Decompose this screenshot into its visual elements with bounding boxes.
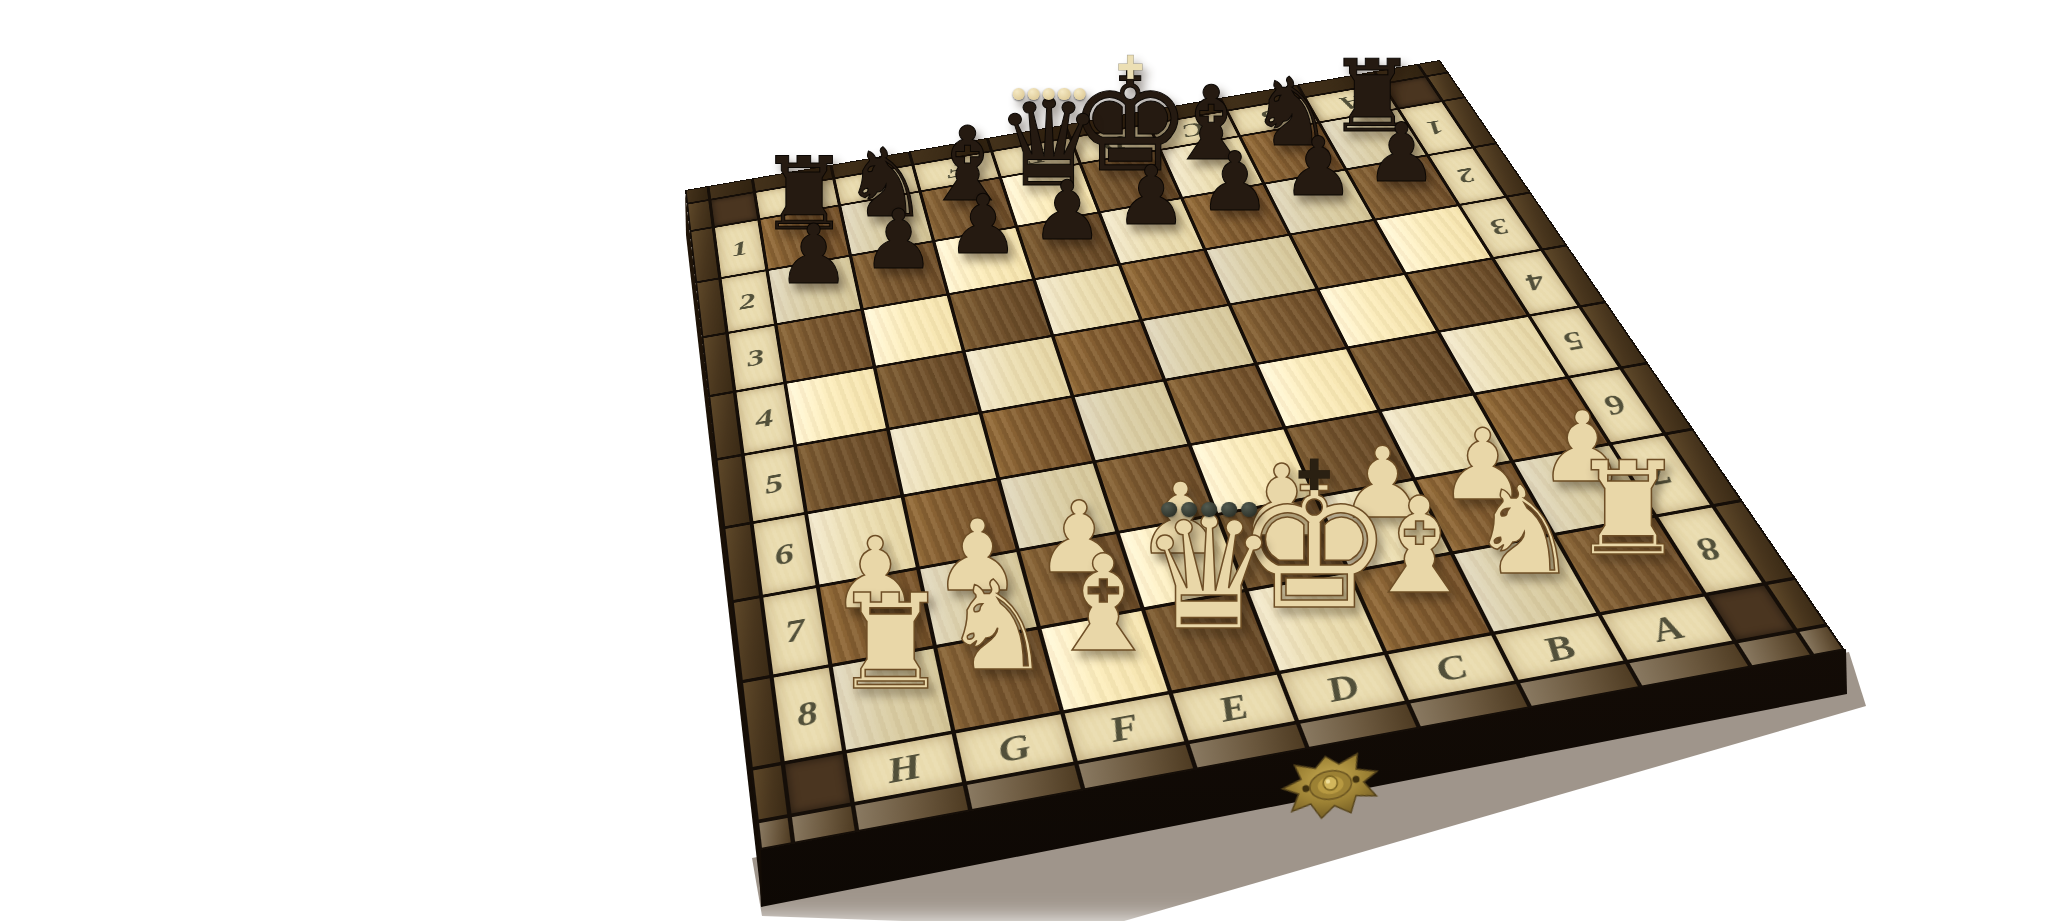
piece-black-pawn-f2[interactable]: ♟ — [942, 184, 1024, 266]
white-king-cross-finial: ✚ — [1297, 454, 1333, 497]
black-queen-ball-finials — [1011, 88, 1088, 100]
piece-black-pawn-d2[interactable]: ♟ — [1110, 155, 1192, 237]
piece-black-pawn-h2[interactable]: ♟ — [773, 214, 855, 296]
piece-black-pawn-c2[interactable]: ♟ — [1194, 141, 1276, 223]
white-queen-ball-finials — [1159, 502, 1259, 518]
board-rim — [687, 200, 714, 231]
board-scene: HGFEDCBA1122334455667788HGFEDCBA ♜♞♝♛♚✚♝… — [0, 0, 2048, 921]
piece-black-pawn-e2[interactable]: ♟ — [1026, 170, 1108, 252]
piece-white-rook-h8[interactable]: ♜ — [825, 577, 956, 708]
piece-black-pawn-g2[interactable]: ♟ — [857, 199, 939, 281]
board-rim — [757, 816, 793, 850]
piece-black-pawn-a2[interactable]: ♟ — [1361, 112, 1442, 193]
black-king-cross-finial: ✚ — [1116, 52, 1144, 85]
rank-label-left-2: 2 — [720, 270, 776, 333]
piece-black-pawn-b2[interactable]: ♟ — [1277, 126, 1359, 208]
